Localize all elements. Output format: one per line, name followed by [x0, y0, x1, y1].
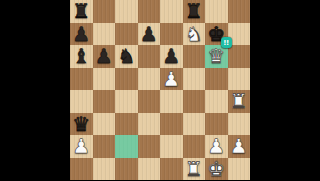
square-g5[interactable]: [205, 68, 228, 91]
square-e2[interactable]: [160, 135, 183, 158]
square-b8[interactable]: [93, 0, 116, 23]
square-a4[interactable]: [70, 90, 93, 113]
square-e1[interactable]: [160, 158, 183, 181]
piece-white-rook-h4[interactable]: ♜: [228, 90, 251, 113]
square-a6[interactable]: ♝: [70, 45, 93, 68]
square-h6[interactable]: [228, 45, 251, 68]
piece-white-knight-f7[interactable]: ♞: [183, 23, 206, 46]
square-h2[interactable]: ♟: [228, 135, 251, 158]
square-h4[interactable]: ♜: [228, 90, 251, 113]
piece-black-pawn-b6[interactable]: ♟: [93, 45, 116, 68]
square-e8[interactable]: [160, 0, 183, 23]
square-b6[interactable]: ♟: [93, 45, 116, 68]
last-move-highlight-c2: [115, 135, 138, 158]
square-a8[interactable]: ♜: [70, 0, 93, 23]
square-d6[interactable]: [138, 45, 161, 68]
square-g2[interactable]: ♟: [205, 135, 228, 158]
square-a2[interactable]: ♟: [70, 135, 93, 158]
square-g8[interactable]: [205, 0, 228, 23]
square-d4[interactable]: [138, 90, 161, 113]
square-h5[interactable]: [228, 68, 251, 91]
square-a7[interactable]: ♟: [70, 23, 93, 46]
square-d5[interactable]: [138, 68, 161, 91]
square-f2[interactable]: [183, 135, 206, 158]
square-d8[interactable]: [138, 0, 161, 23]
square-c5[interactable]: [115, 68, 138, 91]
square-b1[interactable]: [93, 158, 116, 181]
piece-black-rook-a8[interactable]: ♜: [70, 0, 93, 23]
square-c1[interactable]: [115, 158, 138, 181]
square-b5[interactable]: [93, 68, 116, 91]
letterbox-right: [250, 0, 320, 180]
square-c6[interactable]: ♞: [115, 45, 138, 68]
piece-white-queen-g6[interactable]: ♛: [205, 45, 228, 68]
square-h1[interactable]: [228, 158, 251, 181]
piece-black-bishop-a6[interactable]: ♝: [70, 45, 93, 68]
piece-white-rook-f1[interactable]: ♜: [183, 158, 206, 181]
square-b7[interactable]: [93, 23, 116, 46]
square-a5[interactable]: [70, 68, 93, 91]
square-a3[interactable]: ♛: [70, 113, 93, 136]
square-c4[interactable]: [115, 90, 138, 113]
piece-black-pawn-e6[interactable]: ♟: [160, 45, 183, 68]
square-e6[interactable]: ♟: [160, 45, 183, 68]
square-e4[interactable]: [160, 90, 183, 113]
piece-black-rook-f8[interactable]: ♜: [183, 0, 206, 23]
brilliant-move-badge: !!: [221, 37, 232, 48]
square-c8[interactable]: [115, 0, 138, 23]
piece-black-queen-a3[interactable]: ♛: [70, 113, 93, 136]
square-h3[interactable]: [228, 113, 251, 136]
square-f1[interactable]: ♜: [183, 158, 206, 181]
piece-white-pawn-e5[interactable]: ♟: [160, 68, 183, 91]
square-a1[interactable]: [70, 158, 93, 181]
square-c7[interactable]: [115, 23, 138, 46]
square-f4[interactable]: [183, 90, 206, 113]
square-g3[interactable]: [205, 113, 228, 136]
square-d3[interactable]: [138, 113, 161, 136]
piece-white-king-g1[interactable]: ♚: [205, 158, 228, 181]
square-e5[interactable]: ♟: [160, 68, 183, 91]
piece-black-knight-c6[interactable]: ♞: [115, 45, 138, 68]
square-d2[interactable]: [138, 135, 161, 158]
square-b3[interactable]: [93, 113, 116, 136]
square-d7[interactable]: ♟: [138, 23, 161, 46]
piece-white-pawn-g2[interactable]: ♟: [205, 135, 228, 158]
letterbox-left: [0, 0, 70, 180]
piece-black-pawn-d7[interactable]: ♟: [138, 23, 161, 46]
piece-black-pawn-a7[interactable]: ♟: [70, 23, 93, 46]
square-f3[interactable]: [183, 113, 206, 136]
square-d1[interactable]: [138, 158, 161, 181]
square-e3[interactable]: [160, 113, 183, 136]
square-c3[interactable]: [115, 113, 138, 136]
piece-white-pawn-h2[interactable]: ♟: [228, 135, 251, 158]
square-g1[interactable]: ♚: [205, 158, 228, 181]
square-e7[interactable]: [160, 23, 183, 46]
chess-app-screenshot: ♜♜♟♟♞♚♝♟♞♟♛♟♜♛♟♟♟♜♚ !!: [0, 0, 320, 180]
square-f6[interactable]: [183, 45, 206, 68]
square-b4[interactable]: [93, 90, 116, 113]
brilliant-move-label: !!: [223, 39, 228, 47]
square-f8[interactable]: ♜: [183, 0, 206, 23]
square-g6[interactable]: ♛: [205, 45, 228, 68]
square-b2[interactable]: [93, 135, 116, 158]
square-h8[interactable]: [228, 0, 251, 23]
chess-board[interactable]: ♜♜♟♟♞♚♝♟♞♟♛♟♜♛♟♟♟♜♚: [70, 0, 250, 180]
square-f5[interactable]: [183, 68, 206, 91]
square-c2[interactable]: [115, 135, 138, 158]
square-g4[interactable]: [205, 90, 228, 113]
square-f7[interactable]: ♞: [183, 23, 206, 46]
piece-white-pawn-a2[interactable]: ♟: [70, 135, 93, 158]
